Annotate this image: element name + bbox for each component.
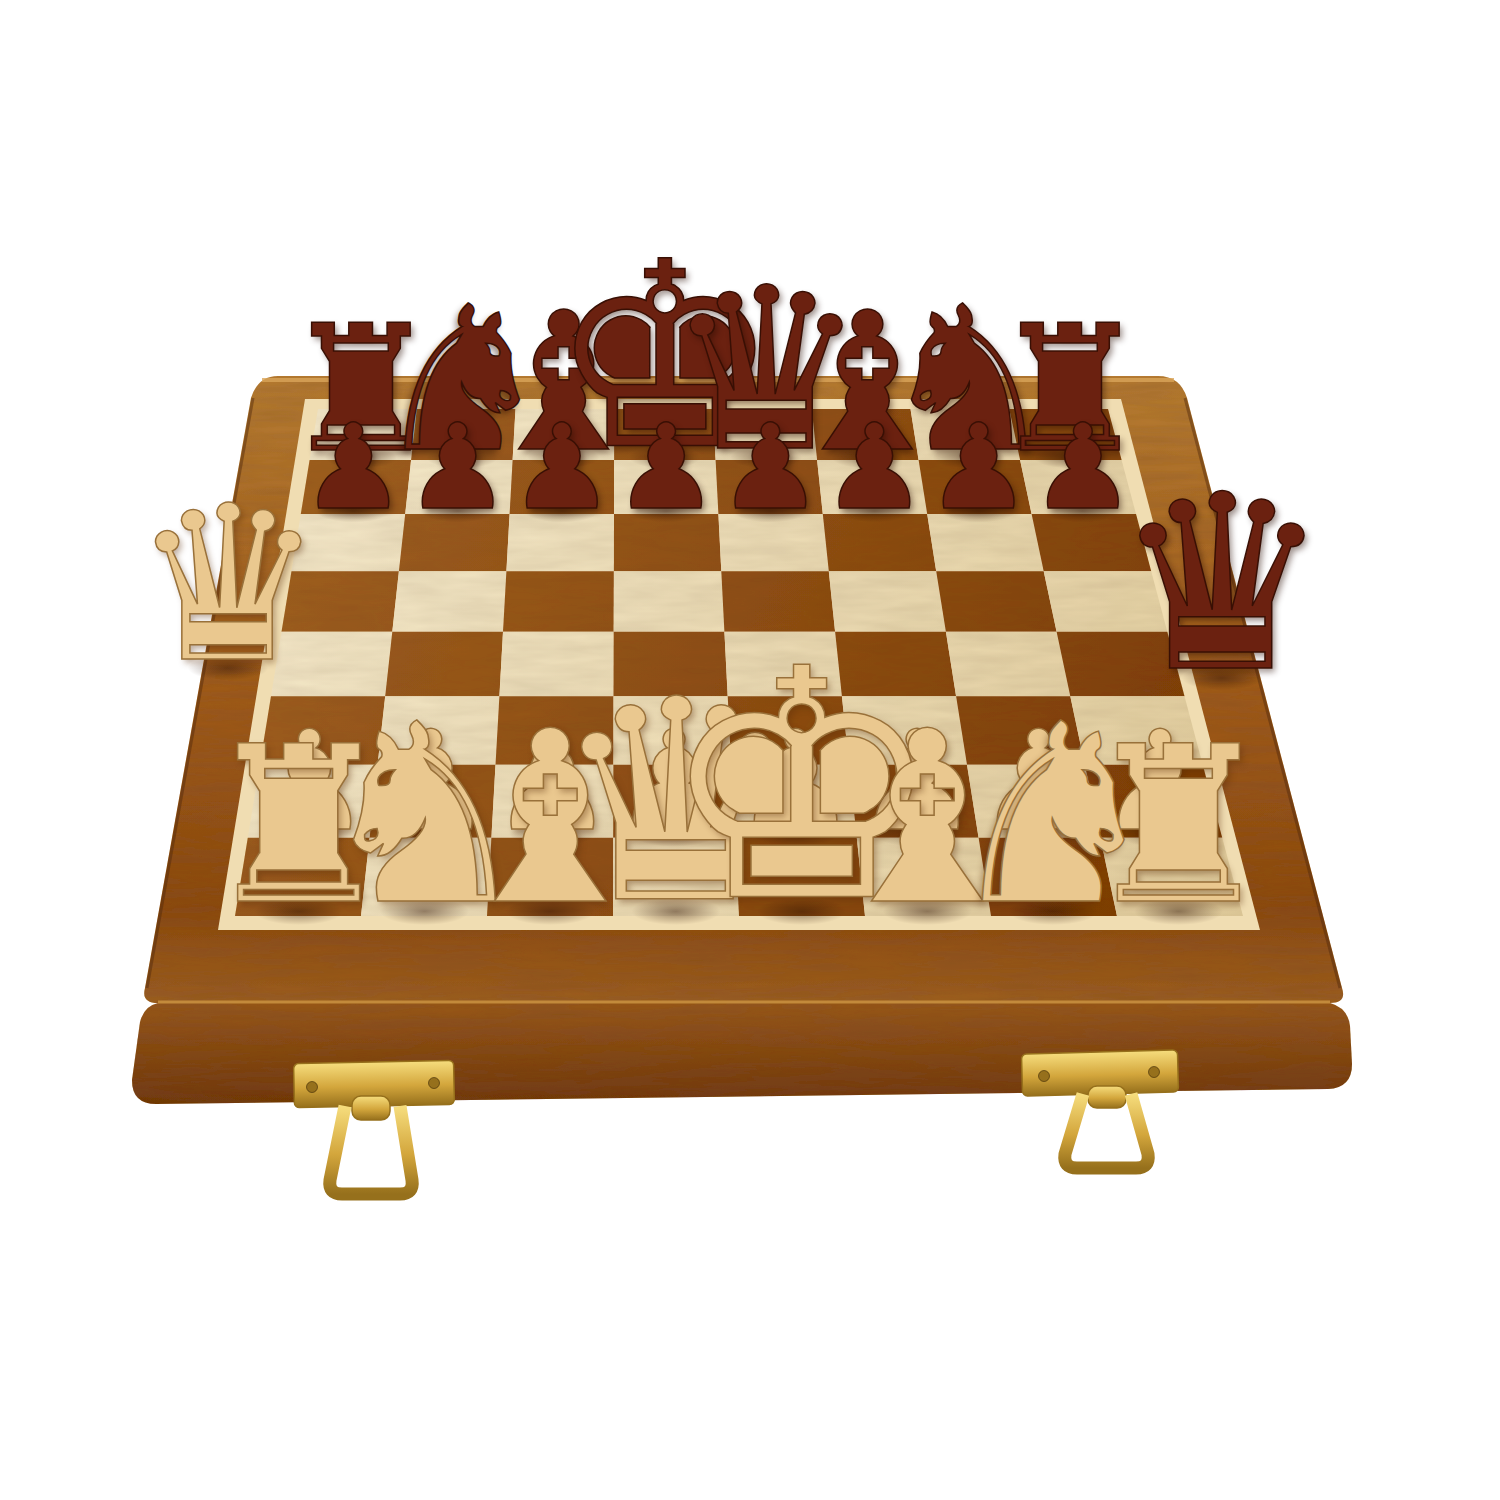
chess-board	[0, 0, 1500, 1500]
square-c4	[499, 632, 613, 696]
piece-shadow	[1134, 898, 1223, 925]
piece-shadow	[325, 446, 397, 468]
square-f3	[842, 696, 967, 765]
square-b4	[385, 632, 503, 696]
piece-shadow	[631, 898, 720, 925]
square-b3	[378, 696, 500, 765]
square-d5	[614, 571, 725, 632]
piece-shadow	[1034, 446, 1106, 468]
square-f4	[835, 632, 956, 696]
piece-shadow	[1008, 898, 1097, 925]
square-h6	[1032, 514, 1152, 571]
latch-screw	[1039, 1071, 1050, 1082]
square-h5	[1044, 571, 1168, 632]
piece-shadow	[752, 820, 838, 846]
square-d6	[614, 514, 721, 571]
square-d3	[613, 696, 731, 765]
piece-shadow	[254, 898, 343, 925]
piece-shadow	[874, 820, 960, 846]
piece-shadow	[528, 446, 600, 468]
square-e4	[724, 632, 842, 696]
piece-shadow	[1046, 500, 1120, 523]
square-b6	[399, 514, 510, 571]
square-g4	[946, 632, 1070, 696]
piece-shadow	[266, 820, 352, 846]
right-latch	[1021, 1050, 1178, 1168]
piece-shadow	[525, 500, 599, 523]
piece-shadow	[1182, 666, 1263, 691]
square-e6	[718, 514, 828, 571]
latch-screw	[1149, 1067, 1160, 1078]
square-c6	[506, 514, 614, 571]
latch-screw	[307, 1082, 318, 1093]
piece-shadow	[942, 500, 1016, 523]
piece-shadow	[733, 500, 807, 523]
square-a4	[271, 632, 392, 696]
piece-shadow	[757, 898, 846, 925]
piece-shadow	[933, 446, 1005, 468]
piece-shadow	[631, 820, 717, 846]
piece-shadow	[421, 500, 495, 523]
piece-shadow	[629, 500, 703, 523]
square-c3	[496, 696, 614, 765]
square-d4	[614, 632, 728, 696]
piece-shadow	[316, 500, 390, 523]
piece-shadow	[506, 898, 595, 925]
square-a6	[292, 514, 406, 571]
square-b5	[392, 571, 506, 632]
latch-screw	[429, 1078, 440, 1089]
piece-shadow	[509, 820, 595, 846]
piece-shadow	[629, 446, 701, 468]
latch-hinge-knuckle	[1088, 1086, 1126, 1108]
square-g5	[936, 571, 1056, 632]
piece-shadow	[883, 898, 972, 925]
left-latch	[294, 1060, 455, 1194]
piece-shadow	[831, 446, 903, 468]
piece-shadow	[995, 820, 1081, 846]
piece-shadow	[380, 898, 469, 925]
square-f6	[823, 514, 936, 571]
piece-shadow	[388, 820, 474, 846]
piece-shadow	[730, 446, 802, 468]
square-a3	[260, 696, 385, 765]
square-e3	[728, 696, 849, 765]
square-f5	[829, 571, 946, 632]
square-g6	[927, 514, 1043, 571]
square-h4	[1057, 632, 1185, 696]
square-g3	[956, 696, 1085, 765]
latch-hinge-knuckle	[352, 1096, 390, 1120]
piece-shadow	[837, 500, 911, 523]
square-e5	[721, 571, 835, 632]
square-c5	[503, 571, 614, 632]
piece-shadow	[1117, 820, 1203, 846]
chess-set-product-photo: ♜♞♝♚♛♝♞♜♟♟♟♟♟♟♟♟♛♛♟♟♟♟♟♟♟♟♜♞♝♛♚♝♞♜	[0, 0, 1500, 1500]
square-a5	[282, 571, 399, 632]
piece-shadow	[426, 446, 498, 468]
squares-grid	[235, 409, 1243, 916]
piece-shadow	[188, 656, 269, 681]
square-h3	[1070, 696, 1202, 765]
